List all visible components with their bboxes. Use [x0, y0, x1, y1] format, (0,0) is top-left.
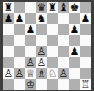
square-c2[interactable]: ♕ — [25, 68, 36, 79]
chess-board-frame: ♜♛♜♝♚♟♟♞♟♟♟♙♟♙♙♙♙♕♗♘♙♔♖ — [0, 0, 94, 91]
piece-white-pawn: ♙ — [26, 57, 35, 68]
piece-black-pawn: ♟ — [4, 13, 13, 24]
square-b6[interactable] — [14, 24, 25, 35]
square-c4[interactable] — [25, 46, 36, 57]
square-c5[interactable] — [25, 35, 36, 46]
square-c3[interactable]: ♙ — [25, 57, 36, 68]
square-g8[interactable]: ♚ — [69, 2, 80, 13]
piece-white-bishop: ♗ — [37, 68, 46, 79]
square-f1[interactable] — [58, 79, 69, 90]
square-a7[interactable]: ♟ — [3, 13, 14, 24]
piece-white-queen: ♕ — [26, 68, 35, 79]
square-b1[interactable] — [14, 79, 25, 90]
square-f4[interactable] — [58, 46, 69, 57]
square-e6[interactable] — [47, 24, 58, 35]
square-g3[interactable] — [69, 57, 80, 68]
square-g6[interactable]: ♟ — [69, 24, 80, 35]
piece-white-rook: ♖ — [81, 79, 90, 90]
square-d8[interactable]: ♛ — [36, 2, 47, 13]
square-f8[interactable]: ♝ — [58, 2, 69, 13]
square-c7[interactable] — [25, 13, 36, 24]
square-d3[interactable]: ♙ — [36, 57, 47, 68]
piece-black-pawn: ♟ — [81, 13, 90, 24]
square-c1[interactable]: ♔ — [25, 79, 36, 90]
square-g7[interactable] — [69, 13, 80, 24]
square-a8[interactable]: ♜ — [3, 2, 14, 13]
square-f3[interactable] — [58, 57, 69, 68]
piece-black-pawn: ♟ — [70, 24, 79, 35]
square-h2[interactable] — [80, 68, 91, 79]
square-h3[interactable] — [80, 57, 91, 68]
square-h5[interactable] — [80, 35, 91, 46]
square-d6[interactable] — [36, 24, 47, 35]
square-a6[interactable] — [3, 24, 14, 35]
square-f7[interactable] — [58, 13, 69, 24]
square-h4[interactable] — [80, 46, 91, 57]
square-b8[interactable] — [14, 2, 25, 13]
square-a5[interactable] — [3, 35, 14, 46]
piece-white-knight: ♘ — [48, 68, 57, 79]
chess-board: ♜♛♜♝♚♟♟♞♟♟♟♙♟♙♙♙♙♕♗♘♙♔♖ — [3, 2, 91, 90]
square-e3[interactable] — [47, 57, 58, 68]
piece-white-king: ♔ — [26, 79, 35, 90]
square-a3[interactable] — [3, 57, 14, 68]
piece-black-pawn: ♟ — [26, 24, 35, 35]
square-b7[interactable]: ♟ — [14, 13, 25, 24]
square-d2[interactable]: ♗ — [36, 68, 47, 79]
square-a4[interactable] — [3, 46, 14, 57]
square-d5[interactable] — [36, 35, 47, 46]
square-b5[interactable] — [14, 35, 25, 46]
square-g5[interactable] — [69, 35, 80, 46]
square-e8[interactable]: ♜ — [47, 2, 58, 13]
square-e4[interactable] — [47, 46, 58, 57]
square-h6[interactable] — [80, 24, 91, 35]
square-b4[interactable] — [14, 46, 25, 57]
square-d1[interactable] — [36, 79, 47, 90]
square-e1[interactable] — [47, 79, 58, 90]
square-c8[interactable] — [25, 2, 36, 13]
piece-white-pawn: ♙ — [4, 68, 13, 79]
piece-black-rook: ♜ — [4, 2, 13, 13]
square-e2[interactable]: ♘ — [47, 68, 58, 79]
piece-black-pawn: ♟ — [70, 46, 79, 57]
square-b3[interactable] — [14, 57, 25, 68]
square-g2[interactable] — [69, 68, 80, 79]
square-e7[interactable] — [47, 13, 58, 24]
square-h7[interactable]: ♟ — [80, 13, 91, 24]
piece-white-pawn: ♙ — [37, 57, 46, 68]
square-g4[interactable]: ♟ — [69, 46, 80, 57]
square-f5[interactable] — [58, 35, 69, 46]
piece-white-pawn: ♙ — [15, 68, 24, 79]
piece-black-queen: ♛ — [37, 2, 46, 13]
square-g1[interactable] — [69, 79, 80, 90]
piece-black-rook: ♜ — [48, 2, 57, 13]
square-h8[interactable] — [80, 2, 91, 13]
square-d4[interactable]: ♙ — [36, 46, 47, 57]
square-b2[interactable]: ♙ — [14, 68, 25, 79]
square-e5[interactable] — [47, 35, 58, 46]
square-f6[interactable] — [58, 24, 69, 35]
square-a2[interactable]: ♙ — [3, 68, 14, 79]
square-f2[interactable]: ♙ — [58, 68, 69, 79]
square-c6[interactable]: ♟ — [25, 24, 36, 35]
square-d7[interactable]: ♞ — [36, 13, 47, 24]
piece-black-pawn: ♟ — [15, 13, 24, 24]
square-h1[interactable]: ♖ — [80, 79, 91, 90]
piece-white-pawn: ♙ — [37, 46, 46, 57]
piece-white-pawn: ♙ — [59, 68, 68, 79]
piece-black-bishop: ♝ — [59, 2, 68, 13]
piece-black-knight: ♞ — [37, 13, 46, 24]
piece-black-king: ♚ — [70, 2, 79, 13]
square-a1[interactable] — [3, 79, 14, 90]
